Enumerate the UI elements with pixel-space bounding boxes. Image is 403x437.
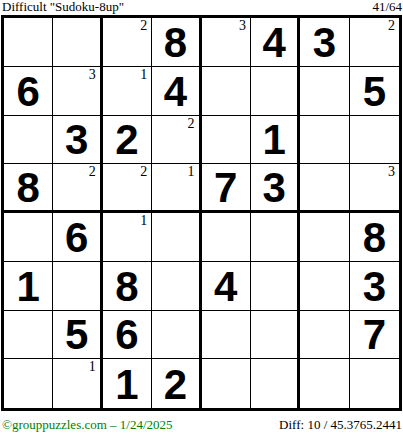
cell-r1c7[interactable]: 3: [300, 18, 349, 67]
pencil-mark: 1: [140, 68, 147, 83]
given-digit: 4: [262, 22, 285, 64]
pencil-mark: 2: [140, 165, 147, 180]
cell-r5c3[interactable]: 1: [103, 213, 152, 262]
cell-r1c6[interactable]: 4: [251, 18, 300, 67]
given-digit: 4: [214, 266, 237, 308]
cell-r4c4[interactable]: 1: [152, 164, 201, 213]
cell-r5c6[interactable]: [251, 213, 300, 262]
cell-r4c1[interactable]: 8: [4, 164, 53, 213]
cell-r3c6[interactable]: 1: [251, 116, 300, 165]
cell-r7c5[interactable]: [202, 311, 251, 360]
cell-r4c6[interactable]: 3: [251, 164, 300, 213]
pencil-mark: 2: [388, 19, 395, 34]
cell-r5c4[interactable]: [152, 213, 201, 262]
given-digit: 3: [313, 22, 336, 64]
cell-r2c3[interactable]: 1: [103, 67, 152, 116]
cell-r5c5[interactable]: [202, 213, 251, 262]
given-digit: 7: [363, 314, 386, 356]
cell-r7c3[interactable]: 6: [103, 311, 152, 360]
cell-r6c6[interactable]: [251, 262, 300, 311]
pencil-mark: 2: [140, 19, 147, 34]
cell-r6c2[interactable]: [53, 262, 102, 311]
cell-r4c7[interactable]: [300, 164, 349, 213]
given-digit: 1: [17, 266, 40, 308]
given-digit: 5: [363, 71, 386, 113]
cell-r7c6[interactable]: [251, 311, 300, 360]
given-digit: 1: [115, 364, 138, 406]
pencil-mark: 2: [188, 117, 195, 132]
given-digit: 6: [115, 314, 138, 356]
given-digit: 8: [164, 22, 187, 64]
difficulty-text: Diff: 10 / 45.3765.2441: [279, 417, 402, 432]
puzzle-title: Difficult "Sudoku-8up": [2, 0, 124, 14]
cell-r6c7[interactable]: [300, 262, 349, 311]
cell-r1c3[interactable]: 2: [103, 18, 152, 67]
given-digit: 1: [262, 119, 285, 161]
given-digit: 3: [65, 119, 88, 161]
given-digit: 2: [164, 364, 187, 406]
puzzle-page: Difficult "Sudoku-8up" 41/64 28343263145…: [0, 0, 403, 437]
copyright-text: ©grouppuzzles.com – 1/24/2025: [2, 417, 173, 432]
cell-r2c2[interactable]: 3: [53, 67, 102, 116]
cell-r7c4[interactable]: [152, 311, 201, 360]
cell-r4c5[interactable]: 7: [202, 164, 251, 213]
cell-r1c2[interactable]: [53, 18, 102, 67]
cell-r8c3[interactable]: 1: [103, 359, 152, 408]
given-digit: 7: [214, 167, 237, 209]
pencil-mark: 1: [89, 360, 96, 375]
page-number: 41/64: [372, 0, 402, 14]
sudoku-grid: 28343263145322182217336181843567112: [1, 15, 402, 411]
given-digit: 8: [115, 266, 138, 308]
cell-r1c1[interactable]: [4, 18, 53, 67]
given-digit: 2: [115, 119, 138, 161]
cell-r3c4[interactable]: 2: [152, 116, 201, 165]
given-digit: 3: [262, 167, 285, 209]
pencil-mark: 3: [89, 68, 96, 83]
cell-r3c5[interactable]: [202, 116, 251, 165]
given-digit: 6: [65, 217, 88, 259]
cell-r2c7[interactable]: [300, 67, 349, 116]
cell-r8c2[interactable]: 1: [53, 359, 102, 408]
given-digit: 6: [17, 71, 40, 113]
cell-r8c1[interactable]: [4, 359, 53, 408]
cell-r7c2[interactable]: 5: [53, 311, 102, 360]
given-digit: 5: [65, 314, 88, 356]
cell-r1c5[interactable]: 3: [202, 18, 251, 67]
cell-r5c8[interactable]: 8: [350, 213, 399, 262]
cell-r3c8[interactable]: [350, 116, 399, 165]
cell-r5c7[interactable]: [300, 213, 349, 262]
cell-r3c7[interactable]: [300, 116, 349, 165]
given-digit: 4: [164, 71, 187, 113]
cell-r8c6[interactable]: [251, 359, 300, 408]
pencil-mark: 1: [140, 214, 147, 229]
cell-r6c4[interactable]: [152, 262, 201, 311]
cell-r5c2[interactable]: 6: [53, 213, 102, 262]
puzzle-footer: ©grouppuzzles.com – 1/24/2025 Diff: 10 /…: [2, 417, 402, 433]
pencil-mark: 3: [239, 19, 246, 34]
cell-r6c5[interactable]: 4: [202, 262, 251, 311]
cell-r6c8[interactable]: 3: [350, 262, 399, 311]
cell-r3c1[interactable]: [4, 116, 53, 165]
cell-r1c4[interactable]: 8: [152, 18, 201, 67]
cell-r2c8[interactable]: 5: [350, 67, 399, 116]
cell-r4c2[interactable]: 2: [53, 164, 102, 213]
cell-r2c1[interactable]: 6: [4, 67, 53, 116]
pencil-mark: 2: [89, 165, 96, 180]
cell-r8c8[interactable]: [350, 359, 399, 408]
cell-r4c8[interactable]: 3: [350, 164, 399, 213]
cell-r7c7[interactable]: [300, 311, 349, 360]
cell-r6c1[interactable]: 1: [4, 262, 53, 311]
cell-r2c6[interactable]: [251, 67, 300, 116]
cell-r7c1[interactable]: [4, 311, 53, 360]
cell-r2c5[interactable]: [202, 67, 251, 116]
given-digit: 8: [17, 167, 40, 209]
cell-r3c2[interactable]: 3: [53, 116, 102, 165]
cell-r2c4[interactable]: 4: [152, 67, 201, 116]
cell-r1c8[interactable]: 2: [350, 18, 399, 67]
cell-r4c3[interactable]: 2: [103, 164, 152, 213]
cell-r8c7[interactable]: [300, 359, 349, 408]
cell-r5c1[interactable]: [4, 213, 53, 262]
cell-r7c8[interactable]: 7: [350, 311, 399, 360]
given-digit: 8: [363, 217, 386, 259]
pencil-mark: 1: [188, 165, 195, 180]
cell-r8c4[interactable]: 2: [152, 359, 201, 408]
given-digit: 3: [363, 266, 386, 308]
cell-r6c3[interactable]: 8: [103, 262, 152, 311]
cell-r8c5[interactable]: [202, 359, 251, 408]
puzzle-header: Difficult "Sudoku-8up" 41/64: [2, 0, 402, 14]
cell-r3c3[interactable]: 2: [103, 116, 152, 165]
pencil-mark: 3: [388, 165, 395, 180]
